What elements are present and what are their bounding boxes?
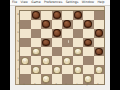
rank-label-7: 7 xyxy=(17,22,19,25)
square-c8[interactable] xyxy=(41,11,52,20)
menu-item-window[interactable]: Window xyxy=(82,1,94,5)
square-h7[interactable] xyxy=(94,20,105,29)
square-a5[interactable] xyxy=(20,38,31,47)
square-a2[interactable] xyxy=(20,65,31,74)
square-g1[interactable]: ⛀ xyxy=(83,74,94,83)
rank-label-4: 4 xyxy=(17,49,19,52)
square-h4[interactable]: ⛂ xyxy=(94,47,105,56)
file-label-e: e xyxy=(66,83,68,86)
square-g7[interactable]: ⛂ xyxy=(83,20,94,29)
square-h3[interactable] xyxy=(94,56,105,65)
square-b2[interactable]: ⛀ xyxy=(31,65,42,74)
square-f6[interactable] xyxy=(73,29,84,38)
square-b8[interactable]: ⛂ xyxy=(31,11,42,20)
piece-dark-man-g5[interactable]: ⛂ xyxy=(84,39,92,47)
piece-dark-man-h6[interactable]: ⛂ xyxy=(95,29,103,37)
square-g5[interactable]: ⛂ xyxy=(83,38,94,47)
menu-item-help[interactable]: Help xyxy=(97,1,104,5)
rank-label-8: 8 xyxy=(17,13,19,16)
square-c6[interactable] xyxy=(41,29,52,38)
square-c2[interactable] xyxy=(41,65,52,74)
square-a3[interactable]: ⛀ xyxy=(20,56,31,65)
piece-light-man-c3[interactable]: ⛀ xyxy=(42,57,50,65)
square-f5[interactable] xyxy=(73,38,84,47)
square-c4[interactable] xyxy=(41,47,52,56)
square-b3[interactable] xyxy=(31,56,42,65)
square-d3[interactable] xyxy=(52,56,63,65)
square-b6[interactable] xyxy=(31,29,42,38)
piece-dark-man-e7[interactable]: ⛂ xyxy=(63,20,71,28)
square-b5[interactable] xyxy=(31,38,42,47)
piece-light-man-f2[interactable]: ⛀ xyxy=(74,66,82,74)
square-f4[interactable]: ⛀ xyxy=(73,47,84,56)
file-label-a: a xyxy=(24,83,26,86)
square-h6[interactable]: ⛂ xyxy=(94,29,105,38)
square-f3[interactable] xyxy=(73,56,84,65)
rank-label-6: 6 xyxy=(17,31,19,34)
piece-light-man-h2[interactable]: ⛀ xyxy=(95,66,103,74)
piece-dark-man-c5[interactable]: ⛂ xyxy=(42,39,50,47)
piece-light-man-e3[interactable]: ⛀ xyxy=(63,57,71,65)
file-label-d: d xyxy=(55,83,57,86)
square-g6[interactable] xyxy=(83,29,94,38)
checkers-board: ⛂⛂⛂⛂⛂⛂⛂⛂⛂⛂⛀⛀⛂⛀⛀⛀⛀⛀⛀⛀⛀⛀ xyxy=(19,10,105,85)
piece-dark-man-h4[interactable]: ⛂ xyxy=(95,48,103,56)
rank-label-1: 1 xyxy=(17,76,19,79)
square-e1[interactable] xyxy=(62,74,73,83)
square-d6[interactable]: ⛂ xyxy=(52,29,63,38)
menu-bar-items: FileViewGamePreferencesSettingsWindowHel… xyxy=(10,0,110,5)
square-g8[interactable] xyxy=(83,11,94,20)
file-label-f: f xyxy=(76,83,77,86)
file-label-g: g xyxy=(86,83,88,86)
square-f2[interactable]: ⛀ xyxy=(73,65,84,74)
piece-light-man-f4[interactable]: ⛀ xyxy=(74,48,82,56)
square-g3[interactable] xyxy=(83,56,94,65)
square-c5[interactable]: ⛂ xyxy=(41,38,52,47)
square-a6[interactable] xyxy=(20,29,31,38)
square-g4[interactable] xyxy=(83,47,94,56)
square-d5[interactable] xyxy=(52,38,63,47)
square-e2[interactable] xyxy=(62,65,73,74)
square-a8[interactable] xyxy=(20,11,31,20)
checkers-app-window: FileViewGamePreferencesSettingsWindowHel… xyxy=(10,0,110,90)
piece-light-man-b2[interactable]: ⛀ xyxy=(32,66,40,74)
piece-dark-man-f8[interactable]: ⛂ xyxy=(74,11,82,19)
piece-light-man-d2[interactable]: ⛀ xyxy=(53,66,61,74)
file-label-b: b xyxy=(34,83,36,86)
menu-item-file[interactable]: File xyxy=(12,1,17,5)
piece-dark-man-c7[interactable]: ⛂ xyxy=(42,20,50,28)
square-g2[interactable] xyxy=(83,65,94,74)
square-b7[interactable] xyxy=(31,20,42,29)
piece-light-man-b4[interactable]: ⛀ xyxy=(32,48,40,56)
square-h2[interactable]: ⛀ xyxy=(94,65,105,74)
letterbox-left xyxy=(0,0,10,90)
rank-label-3: 3 xyxy=(17,58,19,61)
square-e6[interactable] xyxy=(62,29,73,38)
square-a1[interactable] xyxy=(20,74,31,83)
square-f7[interactable] xyxy=(73,20,84,29)
square-d2[interactable]: ⛀ xyxy=(52,65,63,74)
rank-label-2: 2 xyxy=(17,67,19,70)
square-b4[interactable]: ⛀ xyxy=(31,47,42,56)
menu-item-preferences[interactable]: Preferences xyxy=(44,1,62,5)
square-e5[interactable] xyxy=(62,38,73,47)
square-e3[interactable]: ⛀ xyxy=(62,56,73,65)
square-a7[interactable] xyxy=(20,20,31,29)
square-a4[interactable] xyxy=(20,47,31,56)
menu-item-game[interactable]: Game xyxy=(31,1,40,5)
square-h5[interactable] xyxy=(94,38,105,47)
square-h8[interactable] xyxy=(94,11,105,20)
file-label-h: h xyxy=(97,83,99,86)
square-d8[interactable]: ⛂ xyxy=(52,11,63,20)
piece-light-man-a3[interactable]: ⛀ xyxy=(21,57,29,65)
menu-item-settings[interactable]: Settings xyxy=(66,1,79,5)
square-e8[interactable] xyxy=(62,11,73,20)
square-c1[interactable]: ⛀ xyxy=(41,74,52,83)
square-d4[interactable] xyxy=(52,47,63,56)
square-e7[interactable]: ⛂ xyxy=(62,20,73,29)
square-f1[interactable] xyxy=(73,74,84,83)
square-c3[interactable]: ⛀ xyxy=(41,56,52,65)
square-c7[interactable]: ⛂ xyxy=(41,20,52,29)
square-e4[interactable] xyxy=(62,47,73,56)
piece-dark-man-b8[interactable]: ⛂ xyxy=(32,11,40,19)
piece-dark-man-d8[interactable]: ⛂ xyxy=(53,11,61,19)
board-frame: ⛂⛂⛂⛂⛂⛂⛂⛂⛂⛂⛀⛀⛂⛀⛀⛀⛀⛀⛀⛀⛀⛀ 87654321abcdefgh xyxy=(15,6,105,85)
letterbox-right xyxy=(110,0,120,90)
square-d7[interactable] xyxy=(52,20,63,29)
piece-dark-man-d6[interactable]: ⛂ xyxy=(53,29,61,37)
piece-dark-man-g7[interactable]: ⛂ xyxy=(84,20,92,28)
square-f8[interactable]: ⛂ xyxy=(73,11,84,20)
menu-item-view[interactable]: View xyxy=(21,1,28,5)
video-frame: FileViewGamePreferencesSettingsWindowHel… xyxy=(0,0,120,90)
